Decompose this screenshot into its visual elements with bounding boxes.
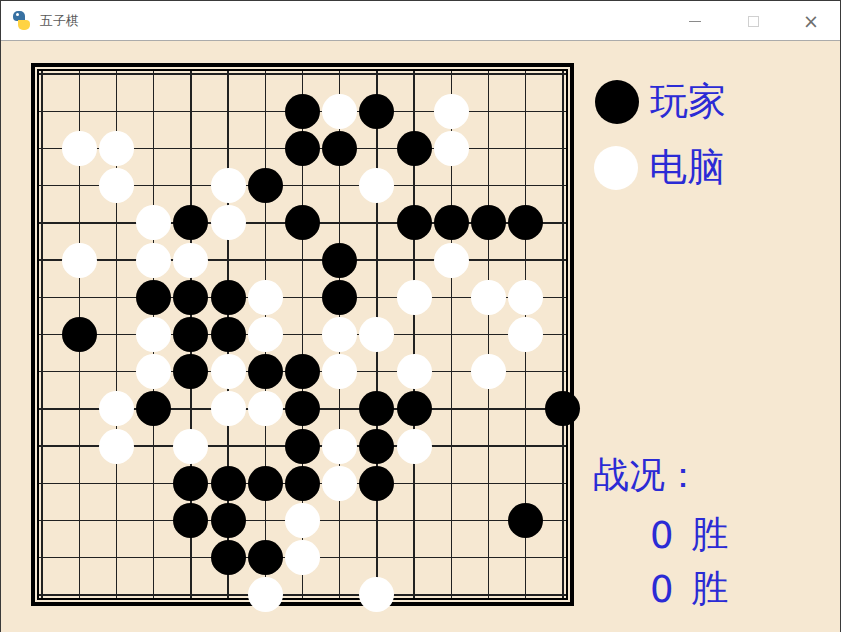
- maximize-button[interactable]: [724, 1, 782, 41]
- gomoku-board[interactable]: [37, 69, 568, 600]
- stone-white[interactable]: [508, 317, 543, 352]
- stone-white[interactable]: [136, 317, 171, 352]
- stone-black[interactable]: [322, 131, 357, 166]
- close-button[interactable]: ×: [782, 1, 840, 41]
- legend-item-computer: 电脑: [594, 142, 725, 193]
- stone-black[interactable]: [248, 354, 283, 389]
- stone-black[interactable]: [173, 317, 208, 352]
- stone-black[interactable]: [173, 466, 208, 501]
- stone-black[interactable]: [397, 131, 432, 166]
- stone-white[interactable]: [322, 354, 357, 389]
- stone-white[interactable]: [508, 280, 543, 315]
- stone-white[interactable]: [322, 429, 357, 464]
- stone-white[interactable]: [248, 280, 283, 315]
- stone-black[interactable]: [359, 429, 394, 464]
- stone-white[interactable]: [136, 354, 171, 389]
- stone-white[interactable]: [471, 354, 506, 389]
- stone-black[interactable]: [136, 391, 171, 426]
- maximize-icon: [748, 16, 759, 27]
- stone-white[interactable]: [211, 205, 246, 240]
- board-frame: [31, 63, 574, 606]
- stone-white[interactable]: [285, 540, 320, 575]
- stone-white[interactable]: [248, 391, 283, 426]
- stone-black[interactable]: [322, 280, 357, 315]
- stone-white[interactable]: [322, 94, 357, 129]
- stone-white[interactable]: [99, 391, 134, 426]
- stone-white[interactable]: [471, 280, 506, 315]
- score-white-stone-icon: [593, 568, 636, 611]
- stone-black[interactable]: [285, 205, 320, 240]
- stone-black[interactable]: [285, 391, 320, 426]
- stone-white[interactable]: [397, 429, 432, 464]
- window-controls: ×: [666, 1, 840, 41]
- stone-black[interactable]: [508, 205, 543, 240]
- stone-white[interactable]: [397, 280, 432, 315]
- stone-white[interactable]: [136, 243, 171, 278]
- legend-item-player: 玩家: [595, 76, 726, 127]
- stone-black[interactable]: [359, 94, 394, 129]
- stone-white[interactable]: [173, 429, 208, 464]
- stone-black[interactable]: [211, 466, 246, 501]
- stone-black[interactable]: [285, 429, 320, 464]
- stone-black[interactable]: [211, 503, 246, 538]
- score-black-suffix: 胜: [692, 510, 729, 560]
- stone-white[interactable]: [136, 205, 171, 240]
- stone-white[interactable]: [99, 168, 134, 203]
- stone-black[interactable]: [471, 205, 506, 240]
- stone-white[interactable]: [397, 354, 432, 389]
- stone-black[interactable]: [285, 354, 320, 389]
- stone-black[interactable]: [397, 391, 432, 426]
- stone-white[interactable]: [99, 131, 134, 166]
- stone-white[interactable]: [248, 317, 283, 352]
- stone-white[interactable]: [322, 317, 357, 352]
- stone-white[interactable]: [248, 577, 283, 612]
- stone-white[interactable]: [211, 391, 246, 426]
- stone-black[interactable]: [248, 540, 283, 575]
- stone-black[interactable]: [173, 205, 208, 240]
- window-title: 五子棋: [40, 12, 79, 30]
- stone-black[interactable]: [211, 317, 246, 352]
- stone-white[interactable]: [434, 243, 469, 278]
- scoreboard-heading: 战况：: [593, 451, 701, 500]
- stone-black[interactable]: [397, 205, 432, 240]
- stone-black[interactable]: [322, 243, 357, 278]
- titlebar: 五子棋 ×: [1, 1, 840, 41]
- stone-white[interactable]: [359, 317, 394, 352]
- stone-black[interactable]: [285, 466, 320, 501]
- stone-black[interactable]: [211, 540, 246, 575]
- stone-black[interactable]: [173, 354, 208, 389]
- stone-black[interactable]: [545, 391, 580, 426]
- stone-black[interactable]: [136, 280, 171, 315]
- legend-black-stone-icon: [595, 80, 639, 124]
- stone-black[interactable]: [248, 168, 283, 203]
- stone-black[interactable]: [359, 391, 394, 426]
- minimize-button[interactable]: [666, 1, 724, 41]
- legend-label-player: 玩家: [650, 76, 726, 127]
- python-app-icon: [12, 11, 32, 31]
- stone-white[interactable]: [322, 466, 357, 501]
- score-white-wins: 0: [650, 568, 674, 611]
- score-white-suffix: 胜: [692, 564, 729, 614]
- stone-white[interactable]: [211, 354, 246, 389]
- stone-white[interactable]: [359, 577, 394, 612]
- stone-black[interactable]: [285, 94, 320, 129]
- stone-white[interactable]: [434, 94, 469, 129]
- stone-black[interactable]: [173, 503, 208, 538]
- legend-white-stone-icon: [594, 146, 638, 190]
- stone-black[interactable]: [211, 280, 246, 315]
- stone-white[interactable]: [62, 131, 97, 166]
- stone-black[interactable]: [508, 503, 543, 538]
- stone-black[interactable]: [248, 466, 283, 501]
- score-row-white: 0 胜: [593, 564, 729, 614]
- close-icon: ×: [803, 12, 819, 31]
- stone-white[interactable]: [62, 243, 97, 278]
- app-window: 五子棋 × 玩家 电脑 战况： 0 胜 0 胜: [0, 0, 841, 632]
- stone-black[interactable]: [359, 466, 394, 501]
- stone-white[interactable]: [211, 168, 246, 203]
- legend-label-computer: 电脑: [649, 142, 725, 193]
- grid-line-vertical: [562, 71, 564, 598]
- stone-white[interactable]: [99, 429, 134, 464]
- score-row-black: 0 胜: [593, 510, 729, 560]
- score-black-stone-icon: [593, 514, 636, 557]
- stone-white[interactable]: [173, 243, 208, 278]
- stone-white[interactable]: [359, 168, 394, 203]
- stone-black[interactable]: [62, 317, 97, 352]
- grid-line-horizontal: [39, 594, 566, 596]
- minimize-icon: [689, 21, 701, 22]
- stone-white[interactable]: [285, 503, 320, 538]
- stone-black[interactable]: [285, 131, 320, 166]
- stone-white[interactable]: [434, 131, 469, 166]
- stone-black[interactable]: [173, 280, 208, 315]
- score-black-wins: 0: [650, 514, 674, 557]
- stone-black[interactable]: [434, 205, 469, 240]
